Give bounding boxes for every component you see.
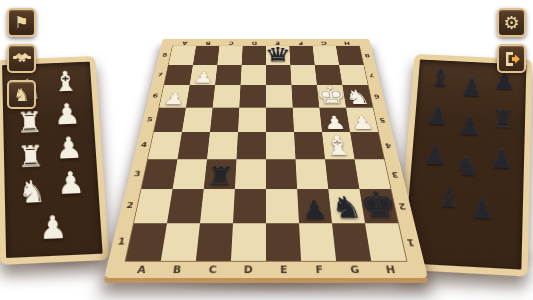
white-pawn-g5[interactable]: ♟	[323, 114, 347, 131]
board-square-f5[interactable]	[293, 107, 322, 132]
board-square-b3[interactable]	[173, 159, 207, 189]
black-king-h2[interactable]: ♚	[357, 188, 400, 222]
board-square-c3[interactable]: ♜	[204, 159, 237, 189]
white-pawn-a6[interactable]: ♟	[162, 91, 186, 107]
board-square-h4[interactable]	[350, 132, 384, 159]
board-square-f4[interactable]	[294, 132, 325, 159]
coord-label: A	[123, 265, 161, 275]
coord-label: F	[289, 40, 313, 45]
knight-icon: ♞	[13, 86, 29, 104]
board-square-g6[interactable]: ♚	[317, 85, 346, 107]
board-square-a5[interactable]	[154, 107, 186, 132]
board-square-h5[interactable]: ♟	[346, 107, 378, 132]
captured-black-pawn: ♟	[487, 68, 521, 107]
captured-black-pawn: ♟	[454, 75, 488, 115]
board-square-c7[interactable]	[215, 65, 242, 85]
captured-black-pawn: ♟	[419, 103, 455, 144]
coord-label: A	[173, 40, 197, 45]
board-square-f3[interactable]	[295, 159, 328, 189]
board-square-a4[interactable]	[148, 132, 182, 159]
board-square-e3[interactable]	[266, 159, 297, 189]
exit-button[interactable]	[497, 44, 526, 73]
board-square-a3[interactable]	[141, 159, 177, 189]
board-square-d5[interactable]	[238, 107, 266, 132]
board-square-h8[interactable]	[336, 46, 363, 65]
board-square-g5[interactable]: ♟	[319, 107, 350, 132]
chess-app-screen: { "game": "chess", "app": {"description"…	[0, 0, 533, 300]
white-knight-h6[interactable]: ♞	[344, 88, 372, 107]
black-queen-e8[interactable]: ♛	[264, 46, 292, 65]
coord-label: F	[301, 265, 337, 275]
captured-black-pawn: ♟	[464, 194, 500, 239]
board-square-f8[interactable]	[289, 46, 314, 65]
board-square-d7[interactable]	[241, 65, 266, 85]
resign-button[interactable]: ⚑	[7, 8, 36, 37]
board-square-b7[interactable]: ♟	[190, 65, 218, 85]
coord-label: B	[196, 40, 220, 45]
board-square-d3[interactable]	[235, 159, 266, 189]
captured-white-pawn: ♟	[33, 211, 75, 250]
board-square-a7[interactable]	[164, 65, 193, 85]
board-square-c5[interactable]	[210, 107, 239, 132]
board-square-b4[interactable]	[178, 132, 210, 159]
file-labels-bottom: ABCDEFGH	[123, 263, 410, 275]
board-square-e2[interactable]	[266, 189, 299, 223]
captured-black-pawn: ♟	[416, 142, 452, 184]
board-square-b5[interactable]	[182, 107, 213, 132]
board-square-f1[interactable]	[299, 223, 336, 261]
board-square-e4[interactable]	[266, 132, 295, 159]
board-square-d8[interactable]	[242, 46, 266, 65]
white-pawn-b7[interactable]: ♟	[192, 70, 214, 84]
board-square-h6[interactable]: ♞	[342, 85, 372, 107]
coord-label: B	[158, 265, 195, 275]
board-square-c6[interactable]	[213, 85, 241, 107]
board-square-g8[interactable]	[313, 46, 339, 65]
hint-button[interactable]: ♞	[7, 80, 36, 109]
coord-label: C	[219, 40, 243, 45]
captured-black-rook: ♜	[485, 106, 519, 147]
flag-icon: ⚑	[14, 15, 28, 31]
exit-icon	[502, 49, 522, 69]
captured-black-pawn: ♟	[484, 145, 519, 188]
handshake-icon	[12, 49, 32, 69]
coord-label: E	[266, 265, 302, 275]
board-square-h2[interactable]: ♚	[359, 189, 398, 223]
board-square-c4[interactable]	[207, 132, 238, 159]
board-square-e5[interactable]	[266, 107, 294, 132]
board-square-d2[interactable]	[233, 189, 266, 223]
board-square-c8[interactable]	[217, 46, 242, 65]
coord-label: H	[335, 40, 359, 45]
board-square-b6[interactable]	[186, 85, 215, 107]
board-square-e7[interactable]	[266, 65, 291, 85]
board-square-d4[interactable]	[237, 132, 266, 159]
board-square-d1[interactable]	[231, 223, 266, 261]
coord-label: G	[312, 40, 336, 45]
black-pawn-f2[interactable]: ♟	[301, 198, 329, 222]
board-square-f2[interactable]: ♟	[297, 189, 332, 223]
coord-label: C	[194, 265, 230, 275]
board-square-b2[interactable]	[167, 189, 204, 223]
draw-offer-button[interactable]	[7, 44, 36, 73]
board-square-b1[interactable]	[161, 223, 200, 261]
captured-black-pawn: ♟	[452, 113, 487, 154]
captured-black-knight: ♞	[449, 152, 485, 195]
board-square-a6[interactable]: ♟	[159, 85, 189, 107]
chess-board[interactable]: ABCDEFGH ABCDEFGH 87654321 87654321 ♛♟♟♚…	[104, 39, 428, 278]
gear-icon: ⚙	[503, 14, 519, 32]
board-square-c2[interactable]	[200, 189, 235, 223]
black-rook-c3[interactable]: ♜	[205, 164, 235, 189]
board-square-f7[interactable]	[290, 65, 317, 85]
board-frame: ABCDEFGH ABCDEFGH 87654321 87654321 ♛♟♟♚…	[104, 39, 428, 278]
board-square-e8[interactable]: ♛	[266, 46, 290, 65]
coord-label: D	[230, 265, 266, 275]
captured-white-pawn: ♟	[51, 167, 92, 204]
coord-label: G	[337, 265, 374, 275]
board-square-e1[interactable]	[266, 223, 301, 261]
coord-label: H	[372, 265, 410, 275]
board-grid: ♛♟♟♚♞♟♟♝♜♟♞♚	[126, 46, 407, 261]
coord-label: D	[243, 40, 266, 45]
captured-black-bishop: ♝	[422, 65, 457, 104]
board-square-c1[interactable]	[196, 223, 233, 261]
board-square-a8[interactable]	[169, 46, 196, 65]
board-square-b8[interactable]	[193, 46, 219, 65]
board-square-d6[interactable]	[239, 85, 266, 107]
board-square-e6[interactable]	[266, 85, 293, 107]
settings-button[interactable]: ⚙	[497, 8, 526, 37]
white-pawn-h5[interactable]: ♟	[350, 114, 375, 131]
board-square-g4[interactable]: ♝	[322, 132, 354, 159]
